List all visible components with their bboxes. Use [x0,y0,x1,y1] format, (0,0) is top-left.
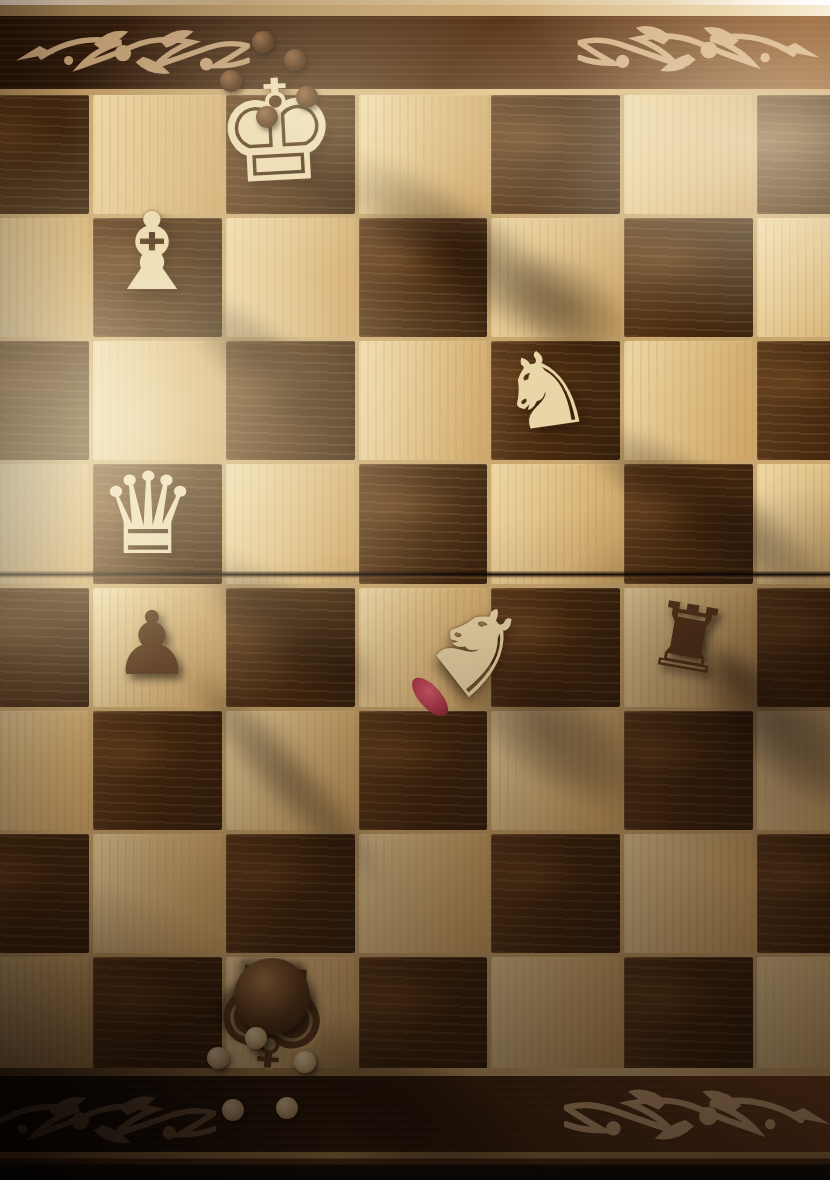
piece-layer: ♚♝♞♛♟♞♜♚ [0,0,830,1180]
piece-black-rook[interactable]: ♜ [632,582,743,693]
piece-white-queen[interactable]: ♛ [87,453,209,575]
white-bishop-glyph: ♝ [104,199,200,306]
crown-finial [276,1097,298,1119]
piece-white-knight[interactable]: ♞ [482,327,608,453]
black-pawn-glyph: ♟ [113,600,192,688]
black-rook-glyph: ♜ [641,587,735,689]
crown-finial [207,1047,229,1069]
crown-finial [220,70,242,92]
white-queen-glyph: ♛ [97,458,198,571]
crown-finial [222,1099,244,1121]
piece-black-pawn[interactable]: ♟ [105,597,200,692]
crown-finial [284,49,306,71]
crown-finial [294,1051,316,1073]
crown-finial [256,106,278,128]
chessboard-photo: ♚♝♞♛♟♞♜♚ [0,0,830,1180]
white-knight-glyph: ♞ [492,332,599,448]
piece-white-knight-fallen[interactable]: ♞ [396,564,564,732]
crown-finial [245,1027,267,1049]
piece-white-bishop[interactable]: ♝ [95,195,210,310]
crown-finial [252,31,274,53]
toppled-king-head [234,958,310,1034]
crown-finial [296,86,318,108]
